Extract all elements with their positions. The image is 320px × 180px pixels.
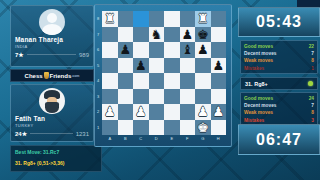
avatar-beard bbox=[45, 102, 59, 113]
black-pawn-c5[interactable]: ♟ bbox=[133, 58, 149, 74]
square-g3[interactable] bbox=[195, 89, 211, 105]
black-bishop-f6[interactable]: ♝ bbox=[180, 42, 196, 58]
avatar-silhouette-body bbox=[42, 24, 62, 35]
player-name-bottom: Fatih Tan bbox=[15, 115, 89, 122]
white-king-g1[interactable]: ♚ bbox=[195, 120, 211, 136]
square-c4[interactable] bbox=[133, 73, 149, 89]
square-c5[interactable]: ♟ bbox=[133, 58, 149, 74]
square-g1[interactable]: ♚ bbox=[195, 120, 211, 136]
black-pawn-g6[interactable]: ♟ bbox=[195, 42, 211, 58]
square-h3[interactable] bbox=[211, 89, 227, 105]
stat-value: 8 bbox=[311, 57, 314, 64]
square-f1[interactable] bbox=[180, 120, 196, 136]
square-a1[interactable] bbox=[102, 120, 118, 136]
file-label-D: D bbox=[149, 135, 165, 143]
stat-row-decent: Decent moves 7 bbox=[244, 102, 314, 109]
white-pawn-h2[interactable]: ♟ bbox=[211, 104, 227, 120]
file-label-G: G bbox=[195, 135, 211, 143]
rank-label-5: 5 bbox=[95, 58, 101, 74]
square-f7[interactable]: ♟ bbox=[180, 27, 196, 43]
stat-row-decent: Decent moves 7 bbox=[244, 50, 314, 57]
square-h5[interactable]: ♟ bbox=[211, 58, 227, 74]
square-e7[interactable] bbox=[164, 27, 180, 43]
square-e3[interactable] bbox=[164, 89, 180, 105]
white-pawn-a2[interactable]: ♟ bbox=[102, 104, 118, 120]
square-c8[interactable] bbox=[133, 11, 149, 27]
logo-suffix: .com bbox=[71, 74, 79, 78]
rank-label-3: 3 bbox=[95, 89, 101, 105]
rating-divider bbox=[30, 133, 73, 134]
file-label-F: F bbox=[180, 135, 196, 143]
square-f6[interactable]: ♝ bbox=[180, 42, 196, 58]
square-c6[interactable] bbox=[133, 42, 149, 58]
square-d5[interactable] bbox=[149, 58, 165, 74]
square-c3[interactable] bbox=[133, 89, 149, 105]
stat-row-weak: Weak moves 8 bbox=[244, 57, 314, 64]
square-d4[interactable] bbox=[149, 73, 165, 89]
square-f8[interactable] bbox=[180, 11, 196, 27]
square-d3[interactable] bbox=[149, 89, 165, 105]
stat-label: Decent moves bbox=[244, 50, 277, 57]
square-h8[interactable] bbox=[211, 11, 227, 27]
square-h6[interactable] bbox=[211, 42, 227, 58]
file-label-B: B bbox=[118, 135, 134, 143]
square-c7[interactable] bbox=[133, 27, 149, 43]
square-b3[interactable] bbox=[118, 89, 134, 105]
square-g6[interactable]: ♟ bbox=[195, 42, 211, 58]
stat-label: Mistakes bbox=[244, 117, 264, 124]
square-b1[interactable] bbox=[118, 120, 134, 136]
player-country-top: INDIA bbox=[15, 44, 89, 49]
clock-bottom: 06:47 bbox=[238, 124, 320, 155]
black-king-g7[interactable]: ♚ bbox=[195, 27, 211, 43]
player-stars-top: 7★ bbox=[15, 51, 24, 58]
player-rating-bottom: 1231 bbox=[76, 131, 89, 137]
clock-top: 05:43 bbox=[238, 7, 320, 37]
rank-label-2: 2 bbox=[95, 104, 101, 120]
stat-row-weak: Weak moves 8 bbox=[244, 109, 314, 116]
square-b6[interactable]: ♟ bbox=[118, 42, 134, 58]
square-h4[interactable] bbox=[211, 73, 227, 89]
avatar-top bbox=[39, 9, 65, 35]
stat-label: Mistakes bbox=[244, 65, 264, 72]
chess-board: ♜♜♞♟♚♟♝♟♟♟♟♟♟♟♚ bbox=[102, 11, 226, 135]
file-labels: ABCDEFGH bbox=[102, 135, 226, 143]
player-country-bottom: TURKEY bbox=[15, 123, 89, 128]
square-a6[interactable] bbox=[102, 42, 118, 58]
rank-label-8: 8 bbox=[95, 11, 101, 27]
square-d1[interactable] bbox=[149, 120, 165, 136]
move-quality-dot-icon bbox=[308, 81, 313, 86]
square-e4[interactable] bbox=[164, 73, 180, 89]
square-g4[interactable] bbox=[195, 73, 211, 89]
square-a7[interactable] bbox=[102, 27, 118, 43]
square-f5[interactable] bbox=[180, 58, 196, 74]
black-pawn-f7[interactable]: ♟ bbox=[180, 27, 196, 43]
square-d2[interactable] bbox=[149, 104, 165, 120]
square-e5[interactable] bbox=[164, 58, 180, 74]
stat-value: 3 bbox=[311, 117, 314, 124]
square-b7[interactable] bbox=[118, 27, 134, 43]
rank-label-7: 7 bbox=[95, 27, 101, 43]
square-a4[interactable] bbox=[102, 73, 118, 89]
white-rook-g8[interactable]: ♜ bbox=[195, 11, 211, 27]
rank-label-1: 1 bbox=[95, 120, 101, 136]
stat-label: Good moves bbox=[244, 95, 273, 102]
stat-label: Weak moves bbox=[244, 109, 273, 116]
square-g8[interactable]: ♜ bbox=[195, 11, 211, 27]
file-label-H: H bbox=[211, 135, 227, 143]
stat-value: 22 bbox=[309, 43, 314, 50]
white-rook-a8[interactable]: ♜ bbox=[102, 11, 118, 27]
current-move-san: 31. Rg8+ bbox=[245, 81, 308, 87]
shield-icon bbox=[44, 72, 49, 79]
logo-text-left: Chess bbox=[25, 73, 43, 79]
board-frame: 87654321 ♜♜♞♟♚♟♝♟♟♟♟♟♟♟♚ ABCDEFGH bbox=[94, 4, 232, 147]
current-move-panel: 31. Rg8+ bbox=[240, 77, 318, 90]
logo-text-right: Friends bbox=[50, 73, 72, 79]
square-c2[interactable]: ♟ bbox=[133, 104, 149, 120]
square-d7[interactable]: ♞ bbox=[149, 27, 165, 43]
square-b8[interactable] bbox=[118, 11, 134, 27]
avatar-silhouette-head bbox=[47, 13, 57, 23]
square-f2[interactable] bbox=[180, 104, 196, 120]
square-b4[interactable] bbox=[118, 73, 134, 89]
chessfriends-logo: Chess Friends .com bbox=[10, 69, 94, 82]
stat-value: 24 bbox=[309, 95, 314, 102]
player-rating-top: 989 bbox=[79, 52, 89, 58]
player-name-top: Manan Thareja bbox=[15, 36, 89, 43]
stat-value: 8 bbox=[311, 109, 314, 116]
stat-row-good: Good moves 22 bbox=[244, 43, 314, 50]
stat-label: Weak moves bbox=[244, 57, 273, 64]
square-h2[interactable]: ♟ bbox=[211, 104, 227, 120]
square-e1[interactable] bbox=[164, 120, 180, 136]
stat-row-mistakes: Mistakes 1 bbox=[244, 65, 314, 72]
square-d6[interactable] bbox=[149, 42, 165, 58]
square-g2[interactable]: ♟ bbox=[195, 104, 211, 120]
rank-label-6: 6 bbox=[95, 42, 101, 58]
stats-panel-bottom: Good moves 24 Decent moves 7 Weak moves … bbox=[240, 92, 318, 126]
square-c1[interactable] bbox=[133, 120, 149, 136]
black-pawn-h5[interactable]: ♟ bbox=[211, 58, 227, 74]
stat-label: Decent moves bbox=[244, 102, 277, 109]
stat-value: 7 bbox=[311, 50, 314, 57]
rank-labels: 87654321 bbox=[95, 11, 101, 135]
square-b5[interactable] bbox=[118, 58, 134, 74]
rating-divider bbox=[27, 54, 76, 55]
square-a5[interactable] bbox=[102, 58, 118, 74]
square-b2[interactable] bbox=[118, 104, 134, 120]
best-move-text: Best Move: 31.Rc7 bbox=[15, 149, 97, 155]
black-pawn-b6[interactable]: ♟ bbox=[118, 42, 134, 58]
square-g5[interactable] bbox=[195, 58, 211, 74]
white-pawn-c2[interactable]: ♟ bbox=[133, 104, 149, 120]
stat-row-good: Good moves 24 bbox=[244, 95, 314, 102]
white-pawn-g2[interactable]: ♟ bbox=[195, 104, 211, 120]
stat-value: 7 bbox=[311, 102, 314, 109]
avatar-bottom bbox=[39, 88, 65, 114]
stats-panel-top: Good moves 22 Decent moves 7 Weak moves … bbox=[240, 40, 318, 74]
square-h1[interactable] bbox=[211, 120, 227, 136]
black-knight-d7[interactable]: ♞ bbox=[149, 27, 165, 43]
analysis-box: Best Move: 31.Rc7 31. Rg8+ (0,51->3,36) bbox=[10, 145, 102, 172]
player-card-bottom: Fatih Tan TURKEY 24★ 1231 bbox=[10, 84, 94, 142]
square-a2[interactable]: ♟ bbox=[102, 104, 118, 120]
rank-label-4: 4 bbox=[95, 73, 101, 89]
stat-value: 1 bbox=[311, 65, 314, 72]
square-a3[interactable] bbox=[102, 89, 118, 105]
analysis-screen: Manan Thareja INDIA 7★ 989 Chess Friends… bbox=[0, 0, 320, 180]
square-f4[interactable] bbox=[180, 73, 196, 89]
file-label-A: A bbox=[102, 135, 118, 143]
file-label-C: C bbox=[133, 135, 149, 143]
stat-row-mistakes: Mistakes 3 bbox=[244, 117, 314, 124]
square-e6[interactable] bbox=[164, 42, 180, 58]
square-e2[interactable] bbox=[164, 104, 180, 120]
square-f3[interactable] bbox=[180, 89, 196, 105]
square-g7[interactable]: ♚ bbox=[195, 27, 211, 43]
player-stars-bottom: 24★ bbox=[15, 130, 27, 137]
stat-label: Good moves bbox=[244, 43, 273, 50]
file-label-E: E bbox=[164, 135, 180, 143]
player-card-top: Manan Thareja INDIA 7★ 989 bbox=[10, 5, 94, 67]
square-d8[interactable] bbox=[149, 11, 165, 27]
square-h7[interactable] bbox=[211, 27, 227, 43]
square-e8[interactable] bbox=[164, 11, 180, 27]
played-move-eval-text: 31. Rg8+ (0,51->3,36) bbox=[15, 160, 97, 166]
square-a8[interactable]: ♜ bbox=[102, 11, 118, 27]
